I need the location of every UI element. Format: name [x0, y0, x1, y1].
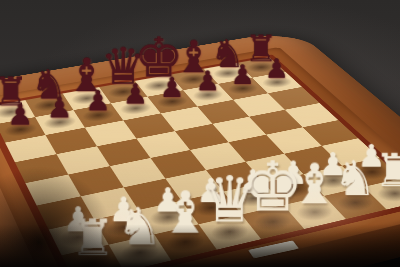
photo-stage: ♜♞♝♛♚♝♞♜♟♟♟♟♟♟♟♟♟♟♟♟♟♟♟♟♜♞♝♛♚♝♞♜ — [0, 0, 400, 267]
scene: ♜♞♝♛♚♝♞♜♟♟♟♟♟♟♟♟♟♟♟♟♟♟♟♟♜♞♝♛♚♝♞♜ — [0, 0, 400, 267]
piece-glyph: ♜ — [45, 214, 140, 264]
piece-glyph: ♟ — [0, 101, 59, 130]
chess-board: ♜♞♝♛♚♝♞♜♟♟♟♟♟♟♟♟♟♟♟♟♟♟♟♟♜♞♝♛♚♝♞♜ — [0, 57, 400, 267]
